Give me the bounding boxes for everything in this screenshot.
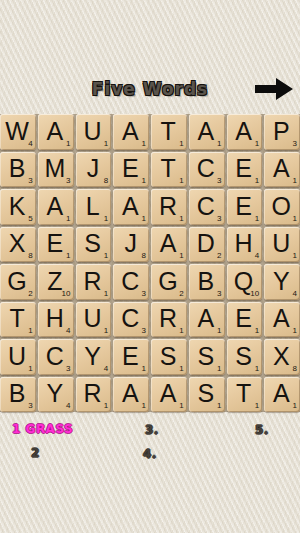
tile-letter: S <box>160 344 177 369</box>
tile-r3c5[interactable]: R1 <box>151 189 187 225</box>
tile-letter: O <box>272 194 291 219</box>
answer-slot-4: 4. <box>143 447 157 461</box>
tile-letter: C <box>197 156 215 181</box>
tile-r2c8[interactable]: A1 <box>264 152 300 188</box>
tile-points: 4 <box>293 290 297 298</box>
tile-letter: P <box>273 119 290 144</box>
tile-r3c1[interactable]: K5 <box>0 189 36 225</box>
tile-r3c4[interactable]: A1 <box>113 189 149 225</box>
tile-letter: R <box>84 269 102 294</box>
tile-letter: Y <box>47 381 64 406</box>
tile-points: 1 <box>217 327 221 335</box>
tile-r2c6[interactable]: C3 <box>189 152 225 188</box>
tile-letter: A <box>122 119 139 144</box>
tile-points: 1 <box>293 177 297 185</box>
tile-r6c1[interactable]: T1 <box>0 302 36 338</box>
tile-letter: S <box>198 381 215 406</box>
tile-r5c1[interactable]: G2 <box>0 264 36 300</box>
tile-points: 1 <box>179 327 183 335</box>
tile-points: 1 <box>179 215 183 223</box>
tile-points: 1 <box>142 365 146 373</box>
tile-r5c5[interactable]: G2 <box>151 264 187 300</box>
tile-r6c6[interactable]: A1 <box>189 302 225 338</box>
tile-letter: B <box>9 156 26 181</box>
tile-r2c1[interactable]: B3 <box>0 152 36 188</box>
tile-letter: M <box>44 156 65 181</box>
tile-r4c2[interactable]: E1 <box>38 227 74 263</box>
tile-letter: A <box>198 306 215 331</box>
tile-letter: A <box>47 119 64 144</box>
tile-letter: A <box>47 194 64 219</box>
tile-letter: A <box>160 231 177 256</box>
tile-letter: A <box>122 194 139 219</box>
tile-grid: W4A1U1A1T1A1A1P3B3M3J8E1T1C3E1A1K5A1L1A1… <box>0 114 300 412</box>
tile-r2c5[interactable]: T1 <box>151 152 187 188</box>
tile-points: 3 <box>142 290 146 298</box>
tile-letter: S <box>198 344 215 369</box>
tile-r5c3[interactable]: R1 <box>76 264 112 300</box>
tile-letter: A <box>273 156 290 181</box>
tile-letter: C <box>121 306 139 331</box>
tile-points: 1 <box>255 327 259 335</box>
tile-letter: T <box>10 306 25 331</box>
tile-points: 3 <box>28 402 32 410</box>
tile-points: 2 <box>28 290 32 298</box>
tile-letter: E <box>122 344 139 369</box>
tile-points: 1 <box>293 327 297 335</box>
tile-letter: R <box>159 306 177 331</box>
tile-points: 8 <box>142 252 146 260</box>
tile-points: 4 <box>28 140 32 148</box>
tile-letter: R <box>159 194 177 219</box>
tile-letter: U <box>84 306 102 331</box>
tile-points: 4 <box>66 402 70 410</box>
tile-letter: S <box>84 231 101 256</box>
tile-letter: B <box>9 381 26 406</box>
tile-letter: U <box>84 119 102 144</box>
tile-r8c4[interactable]: A1 <box>113 377 149 413</box>
answer-slot-2: 2 <box>31 446 40 460</box>
tile-r8c6[interactable]: S1 <box>189 377 225 413</box>
tile-r6c7[interactable]: E1 <box>227 302 263 338</box>
tile-letter: A <box>235 119 252 144</box>
tile-points: 8 <box>104 177 108 185</box>
tile-letter: B <box>198 269 215 294</box>
tile-r5c4[interactable]: C3 <box>113 264 149 300</box>
tile-points: 1 <box>66 252 70 260</box>
tile-points: 1 <box>293 215 297 223</box>
tile-r1c6[interactable]: A1 <box>189 114 225 150</box>
tile-points: 1 <box>255 140 259 148</box>
tile-letter: X <box>273 344 290 369</box>
tile-r1c2[interactable]: A1 <box>38 114 74 150</box>
tile-letter: U <box>8 344 26 369</box>
tile-points: 5 <box>28 215 32 223</box>
tile-points: 1 <box>66 215 70 223</box>
tile-letter: C <box>121 269 139 294</box>
tile-points: 8 <box>28 252 32 260</box>
tile-points: 1 <box>142 177 146 185</box>
tile-points: 1 <box>104 140 108 148</box>
tile-r6c2[interactable]: H4 <box>38 302 74 338</box>
tile-letter: R <box>84 381 102 406</box>
tile-letter: D <box>197 231 215 256</box>
tile-letter: E <box>235 194 252 219</box>
tile-r1c5[interactable]: T1 <box>151 114 187 150</box>
tile-points: 3 <box>293 140 297 148</box>
tile-points: 1 <box>104 402 108 410</box>
tile-points: 1 <box>179 177 183 185</box>
tile-r7c5[interactable]: S1 <box>151 339 187 375</box>
tile-letter: A <box>160 381 177 406</box>
tile-r2c4[interactable]: E1 <box>113 152 149 188</box>
tile-points: 10 <box>250 290 259 298</box>
answer-slot-1: 1 GRASS <box>12 422 73 436</box>
tile-r8c7[interactable]: T1 <box>227 377 263 413</box>
tile-letter: H <box>46 306 64 331</box>
tile-r8c3[interactable]: R1 <box>76 377 112 413</box>
tile-r4c8[interactable]: U1 <box>264 227 300 263</box>
tile-letter: G <box>7 269 26 294</box>
tile-points: 1 <box>104 215 108 223</box>
tile-points: 3 <box>142 327 146 335</box>
tile-points: 2 <box>217 252 221 260</box>
tile-letter: A <box>198 119 215 144</box>
tile-r7c3[interactable]: Y4 <box>76 339 112 375</box>
tile-points: 1 <box>28 327 32 335</box>
tile-r1c7[interactable]: A1 <box>227 114 263 150</box>
tile-points: 1 <box>179 365 183 373</box>
tile-letter: C <box>46 344 64 369</box>
tile-points: 3 <box>217 290 221 298</box>
tile-letter: G <box>158 269 177 294</box>
tile-r6c4[interactable]: C3 <box>113 302 149 338</box>
tile-points: 1 <box>179 402 183 410</box>
tile-r3c8[interactable]: O1 <box>264 189 300 225</box>
tile-letter: A <box>122 381 139 406</box>
tile-r3c2[interactable]: A1 <box>38 189 74 225</box>
tile-points: 1 <box>217 402 221 410</box>
five-words-screen: Five Words W4A1U1A1T1A1A1P3B3M3J8E1T1C3E… <box>0 0 300 533</box>
tile-points: 4 <box>255 252 259 260</box>
tile-r4c7[interactable]: H4 <box>227 227 263 263</box>
tile-points: 3 <box>66 177 70 185</box>
tile-r8c8[interactable]: A1 <box>264 377 300 413</box>
tile-letter: X <box>9 231 26 256</box>
tile-r7c2[interactable]: C3 <box>38 339 74 375</box>
tile-r6c8[interactable]: A1 <box>264 302 300 338</box>
tile-points: 1 <box>142 215 146 223</box>
tile-points: 1 <box>255 177 259 185</box>
tile-points: 1 <box>179 140 183 148</box>
tile-r7c1[interactable]: U1 <box>0 339 36 375</box>
arrow-right-icon <box>255 75 293 103</box>
tile-r8c1[interactable]: B3 <box>0 377 36 413</box>
tile-letter: A <box>273 381 290 406</box>
tile-letter: W <box>5 119 29 144</box>
tile-r2c7[interactable]: E1 <box>227 152 263 188</box>
tile-letter: A <box>273 306 290 331</box>
tile-points: 1 <box>293 252 297 260</box>
tile-r5c8[interactable]: Y4 <box>264 264 300 300</box>
tile-letter: E <box>47 231 64 256</box>
next-arrow-button[interactable] <box>255 74 293 104</box>
tile-points: 1 <box>293 402 297 410</box>
tile-points: 8 <box>293 365 297 373</box>
tile-letter: U <box>272 231 290 256</box>
tile-letter: Y <box>84 344 101 369</box>
tile-letter: T <box>161 119 176 144</box>
tile-points: 1 <box>66 140 70 148</box>
tile-r4c6[interactable]: D2 <box>189 227 225 263</box>
answer-slot-3: 3. <box>145 423 159 437</box>
tile-points: 1 <box>104 290 108 298</box>
tile-letter: T <box>236 381 251 406</box>
tile-points: 1 <box>255 215 259 223</box>
tile-r2c3[interactable]: J8 <box>76 152 112 188</box>
tile-r6c3[interactable]: U1 <box>76 302 112 338</box>
tile-letter: H <box>235 231 253 256</box>
tile-r5c7[interactable]: Q10 <box>227 264 263 300</box>
tile-points: 1 <box>28 365 32 373</box>
tile-letter: L <box>86 194 100 219</box>
tile-r5c6[interactable]: B3 <box>189 264 225 300</box>
tile-r1c1[interactable]: W4 <box>0 114 36 150</box>
tile-points: 1 <box>104 327 108 335</box>
tile-r8c2[interactable]: Y4 <box>38 377 74 413</box>
tile-points: 1 <box>142 402 146 410</box>
tile-points: 3 <box>217 215 221 223</box>
tile-letter: E <box>122 156 139 181</box>
tile-r7c4[interactable]: E1 <box>113 339 149 375</box>
tile-r6c5[interactable]: R1 <box>151 302 187 338</box>
tile-r1c3[interactable]: U1 <box>76 114 112 150</box>
tile-r3c3[interactable]: L1 <box>76 189 112 225</box>
tile-r4c3[interactable]: S1 <box>76 227 112 263</box>
tile-points: 1 <box>142 140 146 148</box>
tile-letter: E <box>235 156 252 181</box>
tile-r8c5[interactable]: A1 <box>151 377 187 413</box>
tile-letter: C <box>197 194 215 219</box>
tile-points: 2 <box>179 290 183 298</box>
tile-letter: K <box>9 194 26 219</box>
tile-r7c8[interactable]: X8 <box>264 339 300 375</box>
tile-letter: J <box>87 156 100 181</box>
tile-r1c8[interactable]: P3 <box>264 114 300 150</box>
tile-r3c7[interactable]: E1 <box>227 189 263 225</box>
tile-points: 3 <box>217 177 221 185</box>
answer-slot-5: 5. <box>255 423 269 437</box>
tile-letter: J <box>124 231 137 256</box>
tile-r4c5[interactable]: A1 <box>151 227 187 263</box>
tile-r7c6[interactable]: S1 <box>189 339 225 375</box>
tile-points: 3 <box>66 365 70 373</box>
tile-r4c1[interactable]: X8 <box>0 227 36 263</box>
tile-letter: Y <box>273 269 290 294</box>
tile-r7c7[interactable]: S1 <box>227 339 263 375</box>
tile-points: 4 <box>66 327 70 335</box>
tile-r2c2[interactable]: M3 <box>38 152 74 188</box>
tile-points: 3 <box>28 177 32 185</box>
tile-r5c2[interactable]: Z10 <box>38 264 74 300</box>
tile-r1c4[interactable]: A1 <box>113 114 149 150</box>
tile-r4c4[interactable]: J8 <box>113 227 149 263</box>
tile-points: 1 <box>255 365 259 373</box>
tile-points: 1 <box>217 365 221 373</box>
tile-r3c6[interactable]: C3 <box>189 189 225 225</box>
tile-points: 1 <box>255 402 259 410</box>
tile-points: 1 <box>179 252 183 260</box>
tile-points: 4 <box>104 365 108 373</box>
tile-letter: T <box>161 156 176 181</box>
tile-points: 10 <box>62 290 71 298</box>
tile-points: 1 <box>104 252 108 260</box>
tile-points: 1 <box>217 140 221 148</box>
tile-letter: Z <box>47 269 62 294</box>
tile-letter: S <box>235 344 252 369</box>
tile-letter: E <box>235 306 252 331</box>
